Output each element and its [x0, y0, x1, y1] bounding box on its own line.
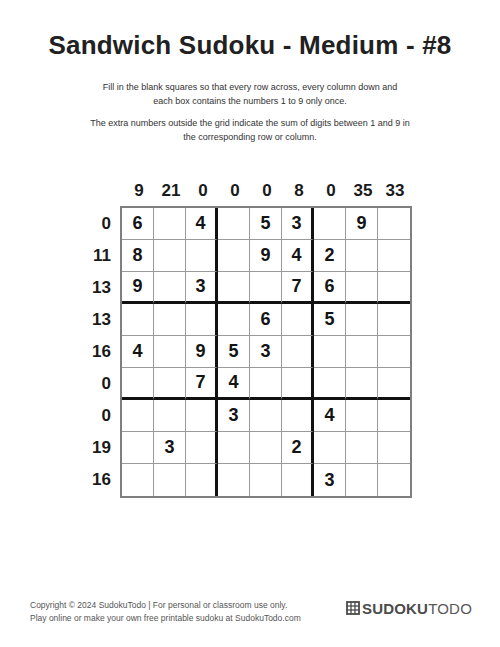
sudoku-cell	[282, 368, 314, 400]
sudoku-cell: 3	[282, 208, 314, 240]
instruction-rules-line2: each box contains the numbers 1 to 9 onl…	[0, 95, 500, 109]
sudokutodo-logo: SUDOKUTODO	[346, 600, 472, 617]
sudoku-cell: 6	[314, 272, 346, 304]
footer-copyright-line2: Play online or make your own free printa…	[30, 612, 301, 625]
sudoku-cell: 4	[218, 368, 250, 400]
column-sum-clue: 0	[315, 181, 347, 201]
sudoku-cell: 9	[186, 336, 218, 368]
footer-copyright: Copyright © 2024 SudokuTodo | For person…	[30, 599, 301, 625]
sudoku-cell	[378, 368, 410, 400]
instruction-rules: Fill in the blank squares so that every …	[0, 81, 500, 108]
sudoku-grid: 64539894293766549537434323	[120, 206, 412, 498]
row-sum-clues: 011131316001916	[88, 206, 120, 498]
sudoku-cell	[154, 304, 186, 336]
logo-wordmark-todo: TODO	[428, 600, 472, 617]
sudoku-cell	[282, 336, 314, 368]
row-sum-clue: 19	[88, 432, 120, 464]
sudoku-cell: 4	[122, 336, 154, 368]
sudoku-cell	[218, 208, 250, 240]
column-sum-clue: 33	[379, 181, 411, 201]
sudoku-cell	[186, 400, 218, 432]
sudoku-cell: 3	[218, 400, 250, 432]
sudoku-cell	[250, 272, 282, 304]
sudoku-cell	[154, 368, 186, 400]
sudoku-cell: 3	[250, 336, 282, 368]
sudoku-cell: 3	[314, 464, 346, 496]
footer-copyright-line1: Copyright © 2024 SudokuTodo | For person…	[30, 599, 301, 612]
sudoku-cell	[250, 400, 282, 432]
sudoku-cell	[346, 272, 378, 304]
sudoku-cell	[378, 304, 410, 336]
sudoku-cell	[378, 272, 410, 304]
sudoku-cell	[346, 304, 378, 336]
instruction-rules-line1: Fill in the blank squares so that every …	[0, 81, 500, 95]
sudoku-cell	[122, 464, 154, 496]
sudoku-cell	[346, 432, 378, 464]
footer: Copyright © 2024 SudokuTodo | For person…	[30, 599, 472, 625]
sudoku-cell	[378, 464, 410, 496]
sudoku-cell	[282, 464, 314, 496]
row-sum-clue: 11	[88, 240, 120, 272]
sudoku-cell: 4	[282, 240, 314, 272]
sudoku-cell	[346, 368, 378, 400]
sudoku-cell	[122, 304, 154, 336]
sudoku-cell	[378, 432, 410, 464]
sudoku-cell: 5	[314, 304, 346, 336]
sudoku-cell	[154, 336, 186, 368]
sudoku-cell: 9	[250, 240, 282, 272]
sudoku-cell	[282, 400, 314, 432]
sudoku-cell	[122, 400, 154, 432]
sudoku-cell	[346, 240, 378, 272]
column-sum-clue: 21	[155, 181, 187, 201]
sudoku-cell	[154, 400, 186, 432]
sudoku-cell: 3	[186, 272, 218, 304]
sudoku-cell: 5	[218, 336, 250, 368]
column-sum-clue: 8	[283, 181, 315, 201]
sudoku-cell	[378, 336, 410, 368]
sudoku-cell: 7	[282, 272, 314, 304]
sudoku-cell: 3	[154, 432, 186, 464]
printable-sudoku-page: Sandwich Sudoku - Medium - #8 Fill in th…	[0, 0, 500, 647]
sudoku-cell	[154, 272, 186, 304]
logo-wordmark-sudoku: SUDOKU	[362, 600, 428, 617]
sudoku-cell: 7	[186, 368, 218, 400]
sudoku-cell	[218, 432, 250, 464]
sudoku-cell	[250, 432, 282, 464]
sudoku-cell	[378, 400, 410, 432]
sudoku-cell	[186, 464, 218, 496]
sudoku-cell: 4	[314, 400, 346, 432]
row-sum-clue: 0	[88, 208, 120, 240]
sudoku-cell	[122, 368, 154, 400]
sudoku-cell	[378, 240, 410, 272]
sudoku-cell	[346, 464, 378, 496]
sudoku-cell	[154, 240, 186, 272]
column-sum-clue: 9	[123, 181, 155, 201]
sudoku-cell	[186, 304, 218, 336]
sudoku-cell: 9	[346, 208, 378, 240]
sudoku-cell	[314, 432, 346, 464]
row-sum-clue: 0	[88, 368, 120, 400]
sudoku-cell	[154, 464, 186, 496]
instruction-sandwich-line1: The extra numbers outside the grid indic…	[0, 117, 500, 131]
sudoku-cell	[122, 432, 154, 464]
page-title: Sandwich Sudoku - Medium - #8	[0, 30, 500, 61]
sudoku-cell	[314, 208, 346, 240]
sudoku-cell	[378, 208, 410, 240]
row-sum-clue: 13	[88, 272, 120, 304]
column-sum-clues: 921000803533	[121, 179, 411, 201]
sudoku-cell	[218, 272, 250, 304]
instructions: Fill in the blank squares so that every …	[0, 81, 500, 144]
sandwich-sudoku-board: 921000803533 011131316001916 64539894293…	[0, 179, 500, 498]
sudoku-cell: 5	[250, 208, 282, 240]
row-sum-clue: 13	[88, 304, 120, 336]
sudoku-cell	[186, 432, 218, 464]
sudoku-cell	[346, 336, 378, 368]
sudoku-cell: 2	[282, 432, 314, 464]
sudoku-cell	[186, 240, 218, 272]
column-sum-clue: 35	[347, 181, 379, 201]
column-sum-clue: 0	[187, 181, 219, 201]
sudoku-cell	[346, 400, 378, 432]
sudoku-cell	[154, 208, 186, 240]
sudoku-cell: 6	[250, 304, 282, 336]
sudoku-cell	[218, 240, 250, 272]
sudoku-cell	[314, 336, 346, 368]
sudoku-cell	[218, 304, 250, 336]
row-sum-clue: 16	[88, 336, 120, 368]
instruction-sandwich-line2: the corresponding row or column.	[0, 131, 500, 145]
row-sum-clue: 16	[88, 464, 120, 496]
sudoku-cell	[282, 304, 314, 336]
sudoku-cell: 9	[122, 272, 154, 304]
sudoku-cell: 4	[186, 208, 218, 240]
column-sum-clue: 0	[251, 181, 283, 201]
sudoku-cell	[250, 464, 282, 496]
sudoku-cell	[314, 368, 346, 400]
column-sum-clue: 0	[219, 181, 251, 201]
sudoku-cell	[250, 368, 282, 400]
logo-wordmark: SUDOKUTODO	[362, 600, 472, 617]
sudoku-cell	[218, 464, 250, 496]
sudoku-cell: 6	[122, 208, 154, 240]
sudoku-cell: 2	[314, 240, 346, 272]
sudoku-grid-icon	[346, 601, 360, 615]
sudoku-cell: 8	[122, 240, 154, 272]
instruction-sandwich: The extra numbers outside the grid indic…	[0, 117, 500, 144]
row-sum-clue: 0	[88, 400, 120, 432]
